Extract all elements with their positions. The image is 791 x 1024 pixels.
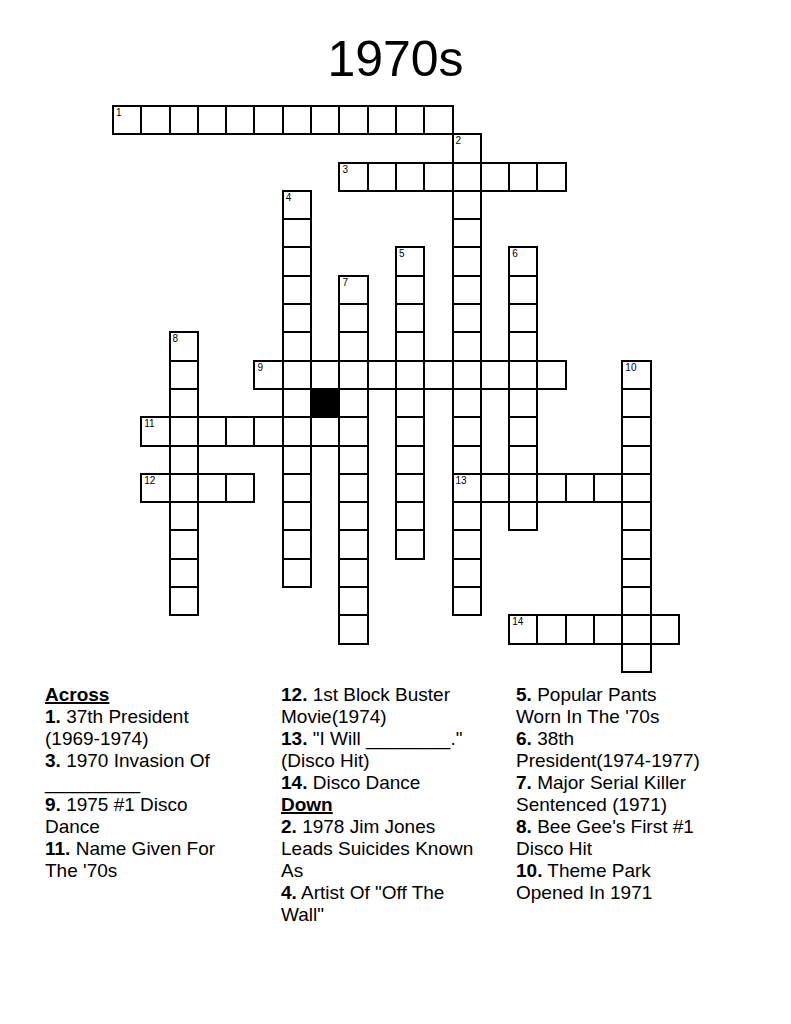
- grid-cell[interactable]: [395, 105, 425, 135]
- grid-cell[interactable]: [536, 614, 566, 644]
- grid-cell[interactable]: [282, 331, 312, 361]
- grid-cell[interactable]: [508, 388, 538, 418]
- clue-column-2: 12. 1st Block Buster Movie(1974)13. "I W…: [281, 684, 486, 926]
- clue-item-across-9: 9. 1975 #1 Disco Dance: [45, 794, 235, 838]
- clue-number-label: 13.: [281, 728, 307, 749]
- grid-cell[interactable]: [338, 445, 368, 475]
- grid-cell[interactable]: [621, 501, 651, 531]
- grid-cell[interactable]: [253, 105, 283, 135]
- down-header: Down: [281, 794, 333, 815]
- clue-number-label: 12.: [281, 684, 307, 705]
- clue-number-label: 10.: [516, 860, 542, 881]
- grid-cell[interactable]: [452, 246, 482, 276]
- clue-number: 9: [257, 362, 263, 373]
- grid-cell[interactable]: [338, 105, 368, 135]
- clue-number: 11: [144, 418, 154, 429]
- clue-number-label: 7.: [516, 772, 532, 793]
- grid-cell[interactable]: [395, 416, 425, 446]
- clue-number: 2: [456, 135, 462, 146]
- grid-cell[interactable]: [225, 105, 255, 135]
- grid-cell[interactable]: [508, 473, 538, 503]
- grid-cell[interactable]: [310, 416, 340, 446]
- grid-cell[interactable]: [452, 218, 482, 248]
- grid-cell[interactable]: [395, 388, 425, 418]
- grid-cell[interactable]: [282, 275, 312, 305]
- grid-cell[interactable]: [423, 105, 453, 135]
- grid-cell[interactable]: [621, 558, 651, 588]
- grid-cell[interactable]: 8: [169, 331, 199, 361]
- grid-cell[interactable]: [282, 303, 312, 333]
- grid-cell[interactable]: [338, 360, 368, 390]
- grid-cell[interactable]: [169, 586, 199, 616]
- clue-number: 10: [625, 362, 636, 373]
- grid-cell[interactable]: [338, 303, 368, 333]
- grid-cell[interactable]: [536, 473, 566, 503]
- grid-cell[interactable]: 6: [508, 246, 538, 276]
- clue-number-label: 2.: [281, 816, 297, 837]
- grid-cell[interactable]: [338, 416, 368, 446]
- grid-cell[interactable]: [508, 416, 538, 446]
- grid-cell[interactable]: [508, 501, 538, 531]
- grid-cell[interactable]: [282, 105, 312, 135]
- grid-cell[interactable]: [169, 473, 199, 503]
- grid-cell[interactable]: [423, 162, 453, 192]
- grid-cell[interactable]: [197, 416, 227, 446]
- clue-number-label: 1.: [45, 706, 61, 727]
- grid-cell[interactable]: [197, 473, 227, 503]
- clue-section-header: Across: [45, 684, 235, 706]
- grid-cell[interactable]: 12: [140, 473, 170, 503]
- grid-cell[interactable]: [452, 558, 482, 588]
- clue-number-label: 8.: [516, 816, 532, 837]
- clue-number: 4: [286, 192, 292, 203]
- grid-cell[interactable]: [536, 162, 566, 192]
- clue-item-down-8: 8. Bee Gee's First #1 Disco Hit: [516, 816, 704, 860]
- grid-cell[interactable]: [452, 388, 482, 418]
- clue-number-label: 14.: [281, 772, 307, 793]
- grid-cell[interactable]: [593, 473, 623, 503]
- clue-number: 12: [144, 475, 155, 486]
- grid-cell[interactable]: [367, 105, 397, 135]
- grid-cell[interactable]: [395, 473, 425, 503]
- grid-cell[interactable]: [480, 473, 510, 503]
- grid-cell[interactable]: [282, 558, 312, 588]
- puzzle-title: 1970s: [0, 34, 791, 84]
- clue-number-label: 11.: [45, 838, 70, 859]
- grid-cell[interactable]: [282, 501, 312, 531]
- grid-cell[interactable]: [169, 360, 199, 390]
- grid-cell[interactable]: [169, 501, 199, 531]
- grid-cell[interactable]: [621, 416, 651, 446]
- grid-cell[interactable]: [508, 303, 538, 333]
- grid-cell[interactable]: [452, 445, 482, 475]
- grid-cell[interactable]: [253, 416, 283, 446]
- grid-cell[interactable]: [225, 473, 255, 503]
- grid-cell[interactable]: [338, 558, 368, 588]
- grid-cell[interactable]: [452, 501, 482, 531]
- grid-cell[interactable]: [338, 473, 368, 503]
- grid-cell[interactable]: [310, 360, 340, 390]
- grid-cell[interactable]: [508, 162, 538, 192]
- grid-cell[interactable]: [338, 529, 368, 559]
- grid-cell[interactable]: 5: [395, 246, 425, 276]
- grid-cell[interactable]: [282, 360, 312, 390]
- across-header: Across: [45, 684, 109, 705]
- grid-cell[interactable]: 2: [452, 133, 482, 163]
- grid-cell[interactable]: [621, 614, 651, 644]
- grid-cell[interactable]: [338, 586, 368, 616]
- grid-cell[interactable]: 7: [338, 275, 368, 305]
- grid-cell[interactable]: 1: [112, 105, 142, 135]
- grid-cell[interactable]: 3: [338, 162, 368, 192]
- grid-cell[interactable]: [621, 473, 651, 503]
- grid-cell[interactable]: [452, 190, 482, 220]
- grid-cell[interactable]: [282, 529, 312, 559]
- grid-cell[interactable]: 13: [452, 473, 482, 503]
- clue-item-across-13: 13. "I Will ________."(Disco Hit): [281, 728, 486, 772]
- grid-cell[interactable]: 9: [253, 360, 283, 390]
- grid-cell[interactable]: [480, 162, 510, 192]
- grid-cell[interactable]: [395, 501, 425, 531]
- grid-cell[interactable]: [282, 473, 312, 503]
- grid-cell[interactable]: [508, 445, 538, 475]
- grid-cell[interactable]: [395, 162, 425, 192]
- grid-cell[interactable]: [565, 614, 595, 644]
- clue-item-across-12: 12. 1st Block Buster Movie(1974): [281, 684, 486, 728]
- clue-number: 6: [512, 248, 518, 259]
- clue-item-down-10: 10. Theme Park Opened In 1971: [516, 860, 704, 904]
- grid-cell[interactable]: [282, 218, 312, 248]
- grid-cell[interactable]: [338, 614, 368, 644]
- clue-number: 14: [512, 616, 523, 627]
- clue-number-label: 9.: [45, 794, 61, 815]
- grid-cell[interactable]: [621, 529, 651, 559]
- clue-item-down-7: 7. Major Serial Killer Sentenced (1971): [516, 772, 704, 816]
- grid-cell[interactable]: [508, 331, 538, 361]
- grid-cell[interactable]: [565, 473, 595, 503]
- grid-cell[interactable]: [338, 388, 368, 418]
- grid-cell[interactable]: [395, 360, 425, 390]
- grid-cell[interactable]: 14: [508, 614, 538, 644]
- clue-item-across-3: 3. 1970 Invasion Of _________: [45, 750, 235, 794]
- clue-column-3: 5. Popular Pants Worn In The '70s6. 38th…: [516, 684, 704, 904]
- grid-cell[interactable]: [452, 416, 482, 446]
- clue-number: 8: [173, 333, 179, 344]
- grid-cell[interactable]: 10: [621, 360, 651, 390]
- grid-cell[interactable]: [508, 360, 538, 390]
- clue-number-label: 3.: [45, 750, 61, 771]
- crossword-grid: 1234567891011121314: [113, 106, 679, 672]
- clue-item-down-2: 2. 1978 Jim Jones Leads Suicides Known A…: [281, 816, 486, 882]
- grid-cell[interactable]: [197, 105, 227, 135]
- clue-item-down-6: 6. 38th President(1974-1977): [516, 728, 704, 772]
- clue-number-label: 4.: [281, 882, 297, 903]
- clue-column-1: Across1. 37th President (1969-1974)3. 19…: [45, 684, 235, 882]
- grid-cell[interactable]: [452, 162, 482, 192]
- grid-cell[interactable]: [169, 105, 199, 135]
- grid-cell[interactable]: [650, 614, 680, 644]
- grid-cell[interactable]: [169, 416, 199, 446]
- grid-cell[interactable]: [169, 558, 199, 588]
- grid-cell[interactable]: [225, 416, 255, 446]
- grid-cell[interactable]: [282, 416, 312, 446]
- grid-cell[interactable]: [452, 303, 482, 333]
- clue-number: 7: [342, 277, 348, 288]
- grid-cell[interactable]: [282, 388, 312, 418]
- clue-item-across-11: 11. Name Given For The '70s: [45, 838, 235, 882]
- clue-section-header: Down: [281, 794, 486, 816]
- grid-cell[interactable]: [452, 275, 482, 305]
- crossword-page: { "game": "crossword", "title": "1970s",…: [0, 0, 791, 1024]
- clue-number: 3: [342, 164, 348, 175]
- grid-cell[interactable]: [452, 360, 482, 390]
- grid-cell[interactable]: [395, 529, 425, 559]
- grid-cell[interactable]: [593, 614, 623, 644]
- clue-number: 1: [116, 107, 122, 118]
- grid-cell[interactable]: [395, 303, 425, 333]
- grid-cell[interactable]: [367, 360, 397, 390]
- grid-cell[interactable]: [621, 643, 651, 673]
- grid-cell[interactable]: [621, 388, 651, 418]
- grid-cell[interactable]: [452, 586, 482, 616]
- grid-cell[interactable]: [621, 586, 651, 616]
- grid-cell[interactable]: [395, 275, 425, 305]
- grid-cell[interactable]: 4: [282, 190, 312, 220]
- grid-cell[interactable]: [169, 529, 199, 559]
- clue-item-across-1: 1. 37th President (1969-1974): [45, 706, 235, 750]
- grid-cell[interactable]: 11: [140, 416, 170, 446]
- grid-cell[interactable]: [140, 105, 170, 135]
- clue-number: 5: [399, 248, 405, 259]
- grid-cell[interactable]: [338, 501, 368, 531]
- blocked-cell: [310, 388, 340, 418]
- clue-number-label: 6.: [516, 728, 532, 749]
- grid-cell[interactable]: [169, 445, 199, 475]
- clue-item-down-4: 4. Artist Of "Off The Wall": [281, 882, 486, 926]
- grid-cell[interactable]: [423, 360, 453, 390]
- grid-cell[interactable]: [452, 529, 482, 559]
- clue-item-across-14: 14. Disco Dance: [281, 772, 486, 794]
- grid-cell[interactable]: [282, 445, 312, 475]
- grid-cell[interactable]: [310, 105, 340, 135]
- grid-cell[interactable]: [395, 331, 425, 361]
- grid-cell[interactable]: [395, 445, 425, 475]
- clue-item-down-5: 5. Popular Pants Worn In The '70s: [516, 684, 704, 728]
- grid-cell[interactable]: [367, 162, 397, 192]
- clue-number-label: 5.: [516, 684, 532, 705]
- grid-cell[interactable]: [282, 246, 312, 276]
- grid-cell[interactable]: [621, 445, 651, 475]
- grid-cell[interactable]: [536, 360, 566, 390]
- clue-number: 13: [456, 475, 467, 486]
- grid-cell[interactable]: [508, 275, 538, 305]
- grid-cell[interactable]: [480, 360, 510, 390]
- grid-cell[interactable]: [338, 331, 368, 361]
- grid-cell[interactable]: [169, 388, 199, 418]
- grid-cell[interactable]: [452, 331, 482, 361]
